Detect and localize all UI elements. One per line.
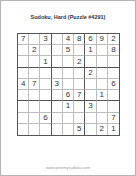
cell-r8c3[interactable]: 6: [40, 113, 51, 124]
cell-r4c1[interactable]: [18, 68, 29, 79]
cell-r4c2[interactable]: [29, 68, 40, 79]
cell-r7c6[interactable]: [74, 101, 85, 112]
cell-r8c6[interactable]: [74, 113, 85, 124]
cell-r2c7[interactable]: 1: [85, 45, 96, 56]
cell-r6c9[interactable]: [108, 90, 119, 101]
cell-r3c4[interactable]: [52, 56, 63, 67]
sudoku-grid: 7348692251812247366711367521: [17, 33, 120, 136]
cell-r3c7[interactable]: [85, 56, 96, 67]
cell-r3c8[interactable]: [97, 56, 108, 67]
cell-r7c8[interactable]: [97, 101, 108, 112]
cell-r6c1[interactable]: [18, 90, 29, 101]
cell-r9c7[interactable]: [85, 124, 96, 135]
cell-r3c3[interactable]: 1: [40, 56, 51, 67]
footer-url: www.printmysudoku.com: [1, 165, 135, 170]
cell-r9c4[interactable]: [52, 124, 63, 135]
cell-r1c1[interactable]: 7: [18, 34, 29, 45]
cell-r2c9[interactable]: 8: [108, 45, 119, 56]
cell-r1c3[interactable]: 3: [40, 34, 51, 45]
cell-r9c8[interactable]: 2: [97, 124, 108, 135]
cell-r9c9[interactable]: 1: [108, 124, 119, 135]
cell-r6c4[interactable]: [52, 90, 63, 101]
cell-r5c4[interactable]: 3: [52, 79, 63, 90]
puzzle-title: Sudoku, Hard (Puzzle #4291): [1, 14, 135, 20]
cell-r9c2[interactable]: [29, 124, 40, 135]
cell-r4c7[interactable]: 2: [85, 68, 96, 79]
page-frame: Sudoku, Hard (Puzzle #4291) 734869225181…: [0, 0, 136, 176]
cell-r4c9[interactable]: [108, 68, 119, 79]
cell-r7c3[interactable]: [40, 101, 51, 112]
cell-r9c5[interactable]: [63, 124, 74, 135]
cell-r1c4[interactable]: [52, 34, 63, 45]
cell-r9c3[interactable]: [40, 124, 51, 135]
cell-r5c2[interactable]: 7: [29, 79, 40, 90]
cell-r6c3[interactable]: [40, 90, 51, 101]
cell-r6c8[interactable]: 1: [97, 90, 108, 101]
cell-r5c1[interactable]: 4: [18, 79, 29, 90]
cell-r2c6[interactable]: [74, 45, 85, 56]
cell-r5c3[interactable]: [40, 79, 51, 90]
cell-r4c8[interactable]: [97, 68, 108, 79]
cell-r8c1[interactable]: [18, 113, 29, 124]
cell-r7c4[interactable]: [52, 101, 63, 112]
cell-r2c3[interactable]: [40, 45, 51, 56]
cell-r1c7[interactable]: 6: [85, 34, 96, 45]
cell-r8c7[interactable]: [85, 113, 96, 124]
cell-r6c5[interactable]: 6: [63, 90, 74, 101]
cell-r8c5[interactable]: [63, 113, 74, 124]
cell-r3c5[interactable]: [63, 56, 74, 67]
cell-r8c9[interactable]: 7: [108, 113, 119, 124]
cell-r3c2[interactable]: [29, 56, 40, 67]
cell-r4c6[interactable]: [74, 68, 85, 79]
cell-r3c1[interactable]: [18, 56, 29, 67]
cell-r2c5[interactable]: 5: [63, 45, 74, 56]
cell-r2c2[interactable]: 2: [29, 45, 40, 56]
cell-r1c6[interactable]: 8: [74, 34, 85, 45]
cell-r5c8[interactable]: [97, 79, 108, 90]
cell-r1c2[interactable]: [29, 34, 40, 45]
cell-r5c6[interactable]: [74, 79, 85, 90]
cell-r7c7[interactable]: 3: [85, 101, 96, 112]
cell-r7c9[interactable]: [108, 101, 119, 112]
cell-r4c5[interactable]: [63, 68, 74, 79]
cell-r4c4[interactable]: [52, 68, 63, 79]
cell-r5c7[interactable]: [85, 79, 96, 90]
cell-r1c9[interactable]: 2: [108, 34, 119, 45]
cell-r6c7[interactable]: [85, 90, 96, 101]
cell-r9c6[interactable]: 5: [74, 124, 85, 135]
cell-r1c5[interactable]: 4: [63, 34, 74, 45]
cell-r1c8[interactable]: 9: [97, 34, 108, 45]
cell-r2c1[interactable]: [18, 45, 29, 56]
cell-r5c9[interactable]: 6: [108, 79, 119, 90]
cell-r9c1[interactable]: [18, 124, 29, 135]
cell-r7c2[interactable]: [29, 101, 40, 112]
cell-r6c6[interactable]: 7: [74, 90, 85, 101]
cell-r5c5[interactable]: [63, 79, 74, 90]
cell-r6c2[interactable]: [29, 90, 40, 101]
cell-r8c4[interactable]: [52, 113, 63, 124]
cell-r2c4[interactable]: [52, 45, 63, 56]
cell-r7c5[interactable]: 1: [63, 101, 74, 112]
cell-r8c8[interactable]: [97, 113, 108, 124]
cell-r3c9[interactable]: [108, 56, 119, 67]
cell-r7c1[interactable]: [18, 101, 29, 112]
cell-r8c2[interactable]: [29, 113, 40, 124]
cell-r2c8[interactable]: [97, 45, 108, 56]
cell-r4c3[interactable]: [40, 68, 51, 79]
cell-r3c6[interactable]: 2: [74, 56, 85, 67]
